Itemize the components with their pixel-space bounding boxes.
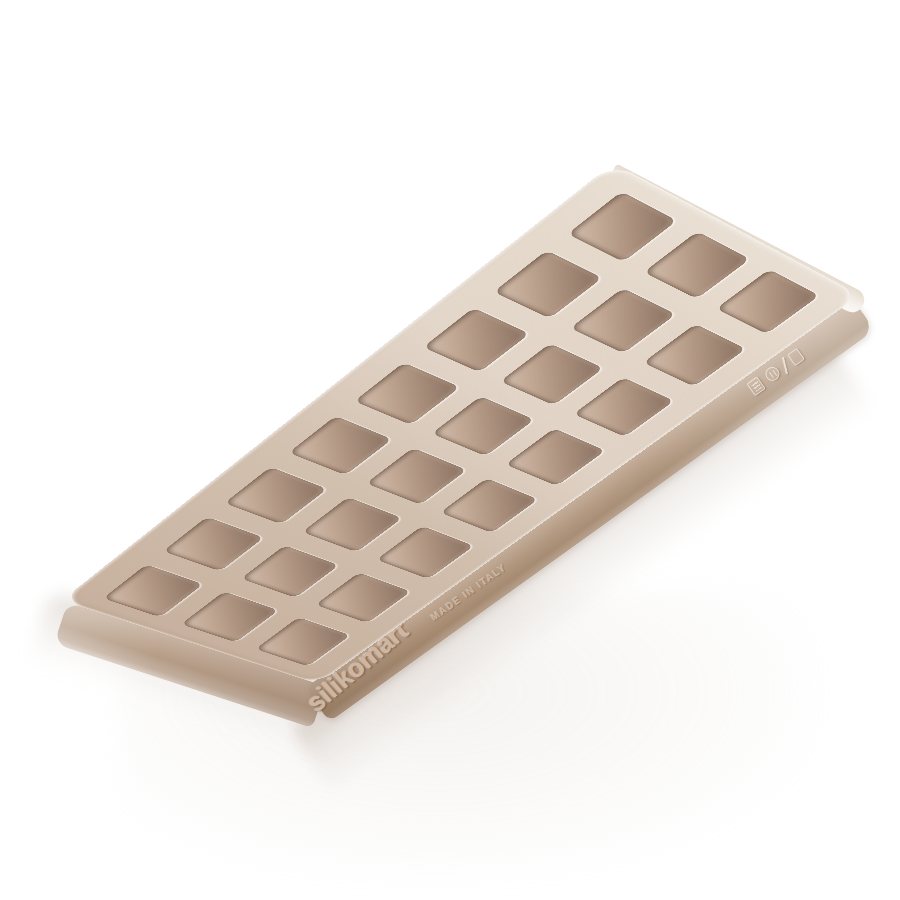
mold-cavity-r1c7: [494, 251, 602, 319]
mold-cavity-r2c5: [432, 396, 534, 456]
mold-cavity-r3c7: [643, 324, 745, 386]
mold-cavity-r3c8: [716, 269, 820, 334]
mold-cavity-r2c2: [241, 545, 339, 598]
mold-cavity-r1c5: [354, 363, 459, 425]
mold-cavity-r3c4: [440, 478, 538, 533]
mold-cavity-r2c6: [500, 343, 604, 405]
product-photo-stage: silikomart® MADE IN ITALY: [0, 0, 900, 900]
mold-cavity-r2c4: [366, 448, 467, 505]
food-safe-glass-fork-icon: [763, 364, 783, 384]
mold-cavity-r1c3: [224, 467, 326, 524]
small-square-icon: [787, 348, 805, 366]
mold-cavity-r1c1: [103, 565, 203, 617]
mold-cavity-r3c2: [315, 573, 411, 624]
mold-cavity-r1c4: [288, 416, 392, 475]
mold-cavity-r3c1: [255, 617, 350, 666]
mold-cavity-r2c1: [181, 592, 278, 643]
slash-icon: [782, 357, 788, 374]
mold-cavity-r2c7: [570, 288, 675, 353]
mold-cavity-r3c6: [573, 377, 674, 437]
mold-cavity-r3c3: [376, 526, 473, 579]
mold-cavity-r1c8: [567, 191, 677, 262]
mold-cavity-r1c2: [163, 517, 264, 572]
mold-cavity-r1c6: [423, 308, 530, 373]
mold-cavity-r2c8: [643, 231, 750, 299]
mold-cavity-r2c3: [302, 497, 402, 552]
mold-cavity-r3c5: [505, 429, 605, 486]
